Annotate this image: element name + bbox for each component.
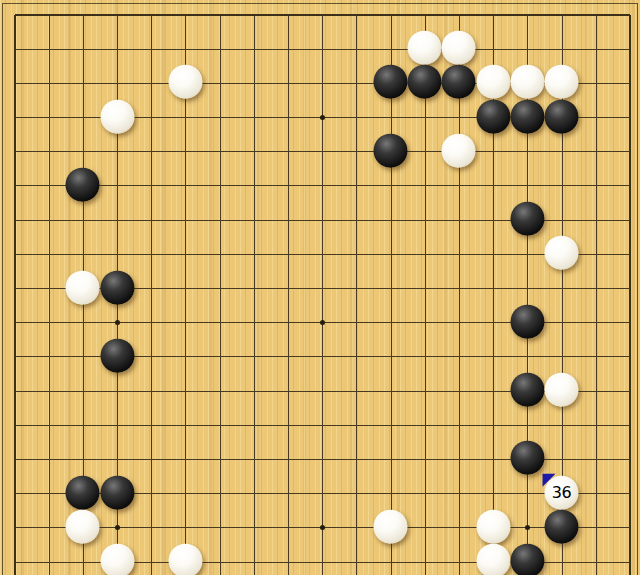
board-cell[interactable] <box>340 477 374 511</box>
board-cell[interactable] <box>511 511 545 545</box>
board-cell[interactable] <box>442 100 476 134</box>
board-cell[interactable] <box>477 169 511 203</box>
board-cell[interactable] <box>545 374 579 408</box>
board-cell[interactable] <box>66 169 100 203</box>
board-cell[interactable] <box>100 340 134 374</box>
board-cell[interactable] <box>306 271 340 305</box>
board-cell[interactable] <box>511 237 545 271</box>
board-cell[interactable] <box>579 545 613 575</box>
board-cell[interactable] <box>135 511 169 545</box>
board-cell[interactable] <box>511 135 545 169</box>
board-cell[interactable] <box>442 271 476 305</box>
board-cell[interactable] <box>408 271 442 305</box>
board-cell[interactable] <box>613 442 640 476</box>
board-cell[interactable] <box>306 340 340 374</box>
board-cell[interactable] <box>237 340 271 374</box>
board-cell[interactable] <box>135 271 169 305</box>
board-cell[interactable] <box>613 545 640 575</box>
board-cell[interactable] <box>408 340 442 374</box>
board-cell[interactable] <box>66 511 100 545</box>
board-cell[interactable] <box>306 169 340 203</box>
board-cell[interactable] <box>613 135 640 169</box>
board-cell[interactable] <box>442 408 476 442</box>
board-cell[interactable] <box>169 511 203 545</box>
board-cell[interactable] <box>100 511 134 545</box>
board-cell[interactable] <box>511 203 545 237</box>
board-cell[interactable] <box>442 442 476 476</box>
board-cell[interactable] <box>613 511 640 545</box>
board-cell[interactable] <box>66 442 100 476</box>
board-cell[interactable] <box>477 0 511 32</box>
board-cell[interactable] <box>0 340 32 374</box>
board-cell[interactable] <box>408 66 442 100</box>
board-cell[interactable] <box>100 374 134 408</box>
board-cell[interactable] <box>442 374 476 408</box>
board-cell[interactable] <box>169 442 203 476</box>
board-cell[interactable] <box>340 66 374 100</box>
board-cell[interactable] <box>66 408 100 442</box>
board-cell[interactable] <box>408 32 442 66</box>
board-cell[interactable] <box>374 408 408 442</box>
board-cell[interactable] <box>613 66 640 100</box>
board-cell[interactable] <box>0 545 32 575</box>
board-cell[interactable] <box>511 545 545 575</box>
board-cell[interactable] <box>0 306 32 340</box>
board-cell[interactable] <box>135 408 169 442</box>
board-cell[interactable] <box>374 169 408 203</box>
board-cell[interactable] <box>579 340 613 374</box>
board-cell[interactable] <box>135 340 169 374</box>
board-cell[interactable] <box>66 340 100 374</box>
board-cell[interactable] <box>340 135 374 169</box>
board-cell[interactable] <box>135 237 169 271</box>
board-cell[interactable] <box>545 32 579 66</box>
board-cell[interactable] <box>203 0 237 32</box>
board-cell[interactable] <box>340 203 374 237</box>
board-cell[interactable] <box>442 66 476 100</box>
board-cell[interactable] <box>135 169 169 203</box>
board-cell[interactable] <box>203 340 237 374</box>
board-cell[interactable] <box>374 135 408 169</box>
board-cell[interactable] <box>306 511 340 545</box>
board-cell[interactable] <box>306 32 340 66</box>
board-cell[interactable] <box>545 271 579 305</box>
board-cell[interactable] <box>442 203 476 237</box>
board-cell[interactable] <box>306 442 340 476</box>
board-cell[interactable] <box>306 237 340 271</box>
board-cell[interactable] <box>203 442 237 476</box>
board-cell[interactable] <box>100 545 134 575</box>
board-cell[interactable] <box>32 306 66 340</box>
board-cell[interactable] <box>374 32 408 66</box>
board-cell[interactable] <box>477 545 511 575</box>
board-cell[interactable] <box>100 477 134 511</box>
board-cell[interactable] <box>135 477 169 511</box>
board-cell[interactable] <box>442 169 476 203</box>
board-cell[interactable] <box>237 203 271 237</box>
board-cell[interactable] <box>340 32 374 66</box>
board-cell[interactable] <box>545 340 579 374</box>
board-cell[interactable] <box>477 66 511 100</box>
board-cell[interactable] <box>340 169 374 203</box>
board-cell[interactable] <box>408 408 442 442</box>
board-cell[interactable] <box>0 408 32 442</box>
board-cell[interactable] <box>579 66 613 100</box>
board-cell[interactable] <box>237 511 271 545</box>
board-cell[interactable] <box>579 408 613 442</box>
board-cell[interactable] <box>271 66 305 100</box>
board-cell[interactable] <box>477 271 511 305</box>
board-cell[interactable] <box>135 442 169 476</box>
board-cell[interactable] <box>203 100 237 134</box>
board-cell[interactable] <box>579 0 613 32</box>
board-cell[interactable] <box>271 442 305 476</box>
board-cell[interactable] <box>442 340 476 374</box>
board-cell[interactable] <box>545 237 579 271</box>
board-cell[interactable] <box>0 203 32 237</box>
board-cell[interactable] <box>306 477 340 511</box>
board-cell[interactable] <box>271 306 305 340</box>
board-cell[interactable] <box>237 237 271 271</box>
board-cell[interactable] <box>271 135 305 169</box>
board-cell[interactable] <box>237 169 271 203</box>
board-cell[interactable]: 36 <box>545 477 579 511</box>
board-cell[interactable] <box>408 374 442 408</box>
board-cell[interactable] <box>271 203 305 237</box>
board-cell[interactable] <box>66 306 100 340</box>
board-cell[interactable] <box>511 340 545 374</box>
board-cell[interactable] <box>306 0 340 32</box>
board-cell[interactable] <box>135 545 169 575</box>
board-cell[interactable] <box>66 545 100 575</box>
board-cell[interactable] <box>0 477 32 511</box>
board-cell[interactable] <box>613 306 640 340</box>
board-cell[interactable] <box>374 306 408 340</box>
board-cell[interactable] <box>169 477 203 511</box>
board-cell[interactable] <box>545 135 579 169</box>
board-cell[interactable] <box>511 306 545 340</box>
board-cell[interactable] <box>169 0 203 32</box>
board-cell[interactable] <box>203 169 237 203</box>
board-cell[interactable] <box>135 306 169 340</box>
board-cell[interactable] <box>408 442 442 476</box>
board-cell[interactable] <box>271 511 305 545</box>
board-cell[interactable] <box>408 306 442 340</box>
board-cell[interactable] <box>340 237 374 271</box>
board-cell[interactable] <box>340 271 374 305</box>
board-cell[interactable] <box>477 511 511 545</box>
board-cell[interactable] <box>579 477 613 511</box>
board-cell[interactable] <box>237 135 271 169</box>
board-cell[interactable] <box>135 100 169 134</box>
board-cell[interactable] <box>100 271 134 305</box>
board-cell[interactable] <box>135 203 169 237</box>
board-cell[interactable] <box>545 408 579 442</box>
board-cell[interactable] <box>408 100 442 134</box>
board-cell[interactable] <box>442 477 476 511</box>
board-cell[interactable] <box>545 306 579 340</box>
board-cell[interactable] <box>237 477 271 511</box>
board-cell[interactable] <box>613 169 640 203</box>
board-cell[interactable] <box>100 408 134 442</box>
board-cell[interactable] <box>613 477 640 511</box>
board-cell[interactable] <box>0 237 32 271</box>
board-cell[interactable] <box>135 135 169 169</box>
board-cell[interactable] <box>579 135 613 169</box>
board-cell[interactable] <box>271 545 305 575</box>
board-cell[interactable] <box>66 271 100 305</box>
board-cell[interactable] <box>203 66 237 100</box>
board-cell[interactable] <box>0 32 32 66</box>
board-cell[interactable] <box>511 374 545 408</box>
board-cell[interactable] <box>169 408 203 442</box>
board-cell[interactable] <box>32 545 66 575</box>
board-cell[interactable] <box>374 340 408 374</box>
board-cell[interactable] <box>135 66 169 100</box>
board-cell[interactable] <box>169 203 203 237</box>
board-cell[interactable] <box>237 0 271 32</box>
board-cell[interactable] <box>340 545 374 575</box>
board-cell[interactable] <box>511 169 545 203</box>
board-cell[interactable] <box>477 306 511 340</box>
board-cell[interactable] <box>511 0 545 32</box>
board-cell[interactable] <box>100 66 134 100</box>
board-cell[interactable] <box>442 237 476 271</box>
board-cell[interactable] <box>169 100 203 134</box>
board-cell[interactable] <box>203 408 237 442</box>
board-cell[interactable] <box>511 442 545 476</box>
board-cell[interactable] <box>477 408 511 442</box>
board-cell[interactable] <box>579 271 613 305</box>
board-cell[interactable] <box>203 237 237 271</box>
board-cell[interactable] <box>613 408 640 442</box>
board-cell[interactable] <box>545 100 579 134</box>
board-cell[interactable] <box>340 0 374 32</box>
board-cell[interactable] <box>579 169 613 203</box>
board-cell[interactable] <box>0 169 32 203</box>
board-cell[interactable] <box>374 66 408 100</box>
board-cell[interactable] <box>0 511 32 545</box>
board-cell[interactable] <box>271 0 305 32</box>
board-cell[interactable] <box>306 66 340 100</box>
board-cell[interactable] <box>477 374 511 408</box>
board-cell[interactable] <box>579 306 613 340</box>
board-cell[interactable] <box>545 442 579 476</box>
board-cell[interactable] <box>408 0 442 32</box>
board-cell[interactable] <box>477 100 511 134</box>
board-cell[interactable] <box>613 100 640 134</box>
board-cell[interactable] <box>203 203 237 237</box>
board-cell[interactable] <box>545 511 579 545</box>
board-cell[interactable] <box>579 374 613 408</box>
board-cell[interactable] <box>237 66 271 100</box>
board-cell[interactable] <box>340 374 374 408</box>
board-cell[interactable] <box>32 340 66 374</box>
board-cell[interactable] <box>579 511 613 545</box>
board-cell[interactable] <box>374 374 408 408</box>
board-cell[interactable] <box>408 511 442 545</box>
board-cell[interactable] <box>32 237 66 271</box>
board-cell[interactable] <box>203 306 237 340</box>
board-cell[interactable] <box>237 100 271 134</box>
board-cell[interactable] <box>408 237 442 271</box>
board-cell[interactable] <box>374 545 408 575</box>
board-cell[interactable] <box>442 306 476 340</box>
board-cell[interactable] <box>545 545 579 575</box>
board-cell[interactable] <box>408 477 442 511</box>
board-cell[interactable] <box>135 374 169 408</box>
board-cell[interactable] <box>32 511 66 545</box>
board-cell[interactable] <box>477 237 511 271</box>
board-cell[interactable] <box>32 408 66 442</box>
board-cell[interactable] <box>271 408 305 442</box>
board-cell[interactable] <box>66 374 100 408</box>
board-cell[interactable] <box>135 32 169 66</box>
board-cell[interactable] <box>203 135 237 169</box>
board-cell[interactable] <box>374 442 408 476</box>
board-cell[interactable] <box>66 66 100 100</box>
board-cell[interactable] <box>511 66 545 100</box>
board-cell[interactable] <box>169 32 203 66</box>
board-cell[interactable] <box>306 408 340 442</box>
board-cell[interactable] <box>545 0 579 32</box>
board-cell[interactable] <box>271 271 305 305</box>
board-cell[interactable] <box>66 135 100 169</box>
board-cell[interactable] <box>66 477 100 511</box>
board-cell[interactable] <box>511 100 545 134</box>
board-cell[interactable] <box>66 203 100 237</box>
board-cell[interactable] <box>32 135 66 169</box>
board-cell[interactable] <box>169 306 203 340</box>
board-cell[interactable] <box>271 374 305 408</box>
board-cell[interactable] <box>0 100 32 134</box>
board-cell[interactable] <box>306 306 340 340</box>
board-cell[interactable] <box>545 169 579 203</box>
board-cell[interactable] <box>408 203 442 237</box>
board-cell[interactable] <box>442 32 476 66</box>
board-cell[interactable] <box>511 271 545 305</box>
board-cell[interactable] <box>442 135 476 169</box>
board-cell[interactable] <box>0 442 32 476</box>
board-cell[interactable] <box>32 169 66 203</box>
board-cell[interactable] <box>32 374 66 408</box>
board-cell[interactable] <box>237 306 271 340</box>
board-cell[interactable] <box>340 408 374 442</box>
board-cell[interactable] <box>579 100 613 134</box>
board-cell[interactable] <box>169 545 203 575</box>
board-cell[interactable] <box>169 135 203 169</box>
board-cell[interactable] <box>0 0 32 32</box>
board-cell[interactable] <box>613 0 640 32</box>
board-cell[interactable] <box>613 340 640 374</box>
board-cell[interactable] <box>306 545 340 575</box>
board-cell[interactable] <box>203 545 237 575</box>
board-cell[interactable] <box>100 203 134 237</box>
board-cell[interactable] <box>306 374 340 408</box>
board-cell[interactable] <box>169 66 203 100</box>
board-cell[interactable] <box>340 442 374 476</box>
board-cell[interactable] <box>306 135 340 169</box>
board-cell[interactable] <box>408 135 442 169</box>
board-cell[interactable] <box>66 237 100 271</box>
board-cell[interactable] <box>32 271 66 305</box>
board-cell[interactable] <box>0 374 32 408</box>
board-cell[interactable] <box>169 374 203 408</box>
board-cell[interactable] <box>271 477 305 511</box>
board-cell[interactable] <box>66 32 100 66</box>
board-cell[interactable] <box>613 237 640 271</box>
board-cell[interactable] <box>340 340 374 374</box>
board-cell[interactable] <box>135 0 169 32</box>
board-cell[interactable] <box>169 169 203 203</box>
board-cell[interactable] <box>271 32 305 66</box>
board-cell[interactable] <box>32 32 66 66</box>
board-cell[interactable] <box>340 306 374 340</box>
board-cell[interactable] <box>66 0 100 32</box>
board-cell[interactable] <box>545 203 579 237</box>
board-cell[interactable] <box>477 340 511 374</box>
board-cell[interactable] <box>203 374 237 408</box>
board-cell[interactable] <box>169 237 203 271</box>
board-cell[interactable] <box>0 271 32 305</box>
board-cell[interactable] <box>237 271 271 305</box>
board-cell[interactable] <box>511 32 545 66</box>
board-cell[interactable] <box>511 408 545 442</box>
board-cell[interactable] <box>100 169 134 203</box>
board-cell[interactable] <box>579 32 613 66</box>
board-cell[interactable] <box>271 169 305 203</box>
board-cell[interactable] <box>100 32 134 66</box>
board-cell[interactable] <box>579 237 613 271</box>
board-cell[interactable] <box>477 477 511 511</box>
board-cell[interactable] <box>374 100 408 134</box>
board-cell[interactable] <box>408 545 442 575</box>
board-cell[interactable] <box>32 477 66 511</box>
board-cell[interactable] <box>237 32 271 66</box>
board-cell[interactable] <box>203 271 237 305</box>
board-cell[interactable] <box>374 237 408 271</box>
board-cell[interactable] <box>100 442 134 476</box>
board-cell[interactable] <box>32 100 66 134</box>
board-cell[interactable] <box>169 271 203 305</box>
board-cell[interactable] <box>511 477 545 511</box>
board-cell[interactable] <box>374 271 408 305</box>
board-cell[interactable] <box>545 66 579 100</box>
board-cell[interactable] <box>613 203 640 237</box>
board-cell[interactable] <box>100 135 134 169</box>
board-cell[interactable] <box>306 100 340 134</box>
board-cell[interactable] <box>442 0 476 32</box>
board-cell[interactable] <box>0 66 32 100</box>
board-cell[interactable] <box>374 511 408 545</box>
board-cell[interactable] <box>100 100 134 134</box>
board-cell[interactable] <box>477 135 511 169</box>
board-cell[interactable] <box>203 511 237 545</box>
board-cell[interactable] <box>374 477 408 511</box>
board-cell[interactable] <box>203 477 237 511</box>
board-cell[interactable] <box>374 0 408 32</box>
board-cell[interactable] <box>442 545 476 575</box>
board-cell[interactable] <box>237 408 271 442</box>
board-cell[interactable] <box>306 203 340 237</box>
board-cell[interactable] <box>100 237 134 271</box>
board-cell[interactable] <box>100 0 134 32</box>
board-cell[interactable] <box>66 100 100 134</box>
board-cell[interactable] <box>271 237 305 271</box>
board-cell[interactable] <box>374 203 408 237</box>
board-cell[interactable] <box>32 442 66 476</box>
board-cell[interactable] <box>477 32 511 66</box>
